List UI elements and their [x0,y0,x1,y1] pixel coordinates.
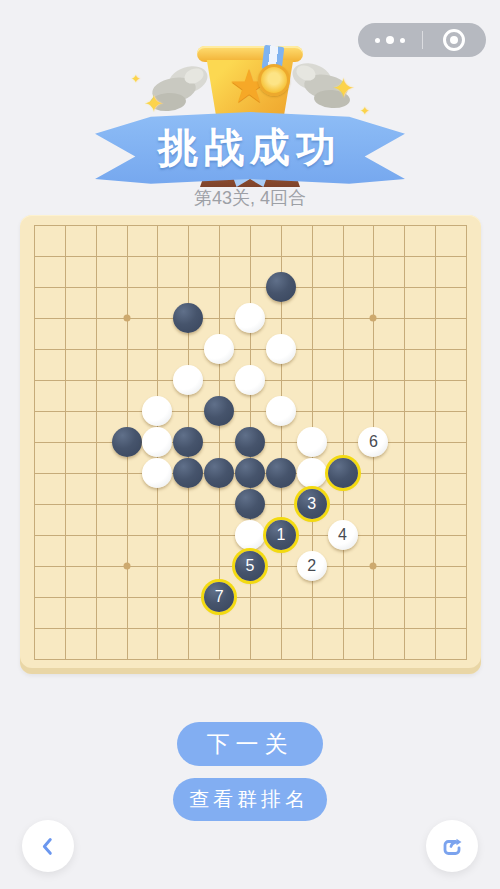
stone-white [142,427,172,457]
stone-white [235,365,265,395]
stone-black [173,458,203,488]
sparkle-icon: ✦ [332,72,355,105]
sparkle-icon: ✦ [360,104,370,118]
stone-white [204,334,234,364]
sparkle-icon: ✦ [144,90,164,118]
stone-black [235,458,265,488]
stone-black [173,427,203,457]
banner-title: 挑战成功 [158,120,342,175]
stone-white [266,334,296,364]
stone-black-move-7: 7 [204,582,234,612]
stone-white [266,396,296,426]
stone-white [297,458,327,488]
stone-black-move-5: 5 [235,551,265,581]
stone-black-move-3: 3 [297,489,327,519]
chevron-left-icon [37,835,59,857]
stone-white-move-6: 6 [358,427,388,457]
board-grid: 6314527 [34,225,467,660]
stone-black [235,489,265,519]
stone-white [142,458,172,488]
gomoku-board: 6314527 [20,215,481,674]
stone-black [204,396,234,426]
stone-white [142,396,172,426]
stone-white [235,303,265,333]
stone-white [173,365,203,395]
stone-white-move-2: 2 [297,551,327,581]
star-point [123,563,130,570]
next-level-button[interactable]: 下一关 [177,722,323,766]
star-point [370,315,377,322]
stone-black [235,427,265,457]
level-round-subtitle: 第43关, 4回合 [0,186,500,210]
stone-white [235,520,265,550]
stone-black [112,427,142,457]
stone-black-move-1: 1 [266,520,296,550]
star-point [123,315,130,322]
stone-white-move-4: 4 [328,520,358,550]
stone-black [328,458,358,488]
success-banner: 挑战成功 [95,112,405,190]
gomoku-win-screen: { "game": "gomoku", "app": { "capsule": … [0,0,500,889]
medal-icon [258,64,290,96]
stone-black [266,272,296,302]
stone-black [173,303,203,333]
share-button[interactable] [426,820,478,872]
stone-black [204,458,234,488]
star-point [370,563,377,570]
stone-black [266,458,296,488]
group-ranking-button[interactable]: 查看群排名 [173,778,327,821]
back-button[interactable] [22,820,74,872]
stone-white [297,427,327,457]
share-forward-icon [439,833,465,859]
sparkle-icon: ✦ [131,72,141,86]
